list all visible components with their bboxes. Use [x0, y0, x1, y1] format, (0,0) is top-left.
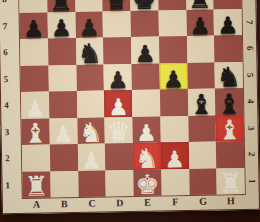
piece-white-rook-h1[interactable]: ♜ — [218, 170, 243, 196]
file-label-B: B — [51, 197, 79, 213]
square-d1[interactable] — [106, 169, 134, 196]
piece-white-rook-a1[interactable]: ♜ — [24, 173, 49, 199]
piece-black-rook-b8[interactable]: ♜ — [49, 0, 74, 14]
rank-label-8: 8 — [0, 0, 19, 13]
square-e4[interactable] — [132, 89, 160, 116]
piece-black-pawn-b7[interactable]: ♟ — [51, 16, 72, 40]
square-a3[interactable]: ♝ — [21, 118, 49, 145]
square-c8[interactable] — [75, 0, 103, 11]
square-d3[interactable]: ♛ — [105, 116, 133, 143]
square-g1[interactable] — [189, 168, 217, 195]
square-g2[interactable] — [188, 141, 216, 168]
piece-black-queen-d8[interactable]: ♛ — [104, 0, 129, 13]
piece-white-knight-e2[interactable]: ♞ — [135, 145, 160, 171]
square-b2[interactable] — [50, 144, 78, 171]
square-g6[interactable] — [186, 36, 214, 63]
square-b4[interactable] — [49, 91, 77, 118]
square-a6[interactable] — [20, 38, 48, 65]
piece-black-pawn-f5[interactable]: ♟ — [163, 67, 184, 91]
piece-black-pawn-a7[interactable]: ♟ — [23, 16, 44, 40]
square-a4[interactable]: ♟ — [21, 91, 49, 118]
square-a5[interactable] — [20, 65, 48, 92]
square-b1[interactable] — [50, 170, 78, 197]
piece-black-pawn-d5[interactable]: ♟ — [107, 68, 128, 92]
piece-black-pawn-c7[interactable]: ♟ — [79, 16, 100, 40]
square-g5[interactable] — [187, 62, 215, 89]
square-e2[interactable]: ♞ — [133, 142, 161, 169]
square-a7[interactable]: ♟ — [20, 12, 48, 39]
square-e8[interactable]: ♚ — [130, 0, 158, 10]
piece-black-pawn-g7[interactable]: ♟ — [190, 14, 211, 38]
square-e6[interactable]: ♟ — [131, 36, 159, 63]
square-h6[interactable] — [214, 35, 242, 62]
board: ♜♛♚♜♟♟♟♟♟♞♟♟♟♞♟♟♝♝♝♟♞♛♟♝♟♞♟♜♚♜ — [19, 0, 245, 198]
square-c1[interactable] — [78, 170, 106, 197]
square-f1[interactable] — [161, 168, 189, 195]
square-d4[interactable]: ♟ — [104, 90, 132, 117]
rank-label-4: 4 — [0, 92, 20, 119]
piece-black-pawn-h7[interactable]: ♟ — [217, 13, 238, 37]
file-label-G: G — [189, 194, 217, 210]
piece-white-king-e1[interactable]: ♚ — [135, 171, 160, 197]
piece-black-king-e8[interactable]: ♚ — [132, 0, 157, 12]
piece-white-pawn-c2[interactable]: ♟ — [81, 148, 102, 172]
square-c3[interactable]: ♞ — [77, 117, 105, 144]
square-f8[interactable] — [158, 0, 186, 10]
square-b8[interactable]: ♜ — [47, 0, 75, 12]
file-label-D: D — [106, 196, 134, 212]
piece-black-knight-h5[interactable]: ♞ — [216, 64, 241, 90]
square-e5[interactable] — [131, 63, 159, 90]
square-h5[interactable]: ♞ — [215, 62, 243, 89]
square-d8[interactable]: ♛ — [102, 0, 130, 11]
rank-label-7: 7 — [0, 12, 19, 39]
piece-white-bishop-h3[interactable]: ♝ — [217, 117, 242, 143]
square-h4[interactable]: ♝ — [215, 88, 243, 115]
square-h1[interactable]: ♜ — [217, 167, 245, 194]
piece-white-queen-d3[interactable]: ♛ — [106, 119, 131, 145]
square-f3[interactable] — [160, 115, 188, 142]
piece-white-knight-c3[interactable]: ♞ — [79, 119, 104, 145]
file-labels-bottom: ABCDEFGH — [23, 194, 245, 214]
square-c7[interactable]: ♟ — [75, 11, 103, 38]
square-c4[interactable] — [76, 90, 104, 117]
square-b5[interactable] — [48, 64, 76, 91]
chessboard: 87654321 87654321 ♜♛♚♜♟♟♟♟♟♞♟♟♟♞♟♟♝♝♝♟♞♛… — [0, 0, 260, 214]
square-a1[interactable]: ♜ — [22, 171, 50, 198]
square-g8[interactable]: ♜ — [186, 0, 214, 9]
square-h7[interactable]: ♟ — [214, 9, 242, 36]
square-a8[interactable] — [19, 0, 47, 12]
piece-black-pawn-e6[interactable]: ♟ — [135, 41, 156, 65]
square-h3[interactable]: ♝ — [216, 115, 244, 142]
piece-white-bishop-a3[interactable]: ♝ — [23, 120, 48, 146]
square-f2[interactable]: ♟ — [161, 142, 189, 169]
piece-white-pawn-b3[interactable]: ♟ — [53, 122, 74, 146]
piece-black-knight-c6[interactable]: ♞ — [77, 40, 102, 66]
square-d6[interactable] — [103, 37, 131, 64]
chessboard-photo: 87654321 87654321 ♜♛♚♜♟♟♟♟♟♞♟♟♟♞♟♟♝♝♝♟♞♛… — [0, 0, 260, 222]
square-d5[interactable]: ♟ — [104, 63, 132, 90]
square-e1[interactable]: ♚ — [133, 169, 161, 196]
rank-label-1: 1 — [1, 171, 21, 198]
square-e3[interactable]: ♟ — [132, 116, 160, 143]
rank-label-5: 5 — [0, 65, 20, 92]
rank-label-6: 6 — [0, 39, 19, 66]
square-g7[interactable]: ♟ — [186, 9, 214, 36]
piece-black-bishop-h4[interactable]: ♝ — [217, 91, 242, 117]
square-f5[interactable]: ♟ — [159, 62, 187, 89]
file-label-C: C — [78, 196, 106, 212]
piece-black-rook-g8[interactable]: ♜ — [187, 0, 212, 11]
square-g4[interactable]: ♝ — [187, 88, 215, 115]
rank-label-3: 3 — [0, 118, 20, 145]
rank-label-2: 2 — [1, 145, 21, 172]
piece-white-pawn-e3[interactable]: ♟ — [136, 121, 157, 145]
square-c6[interactable]: ♞ — [75, 37, 103, 64]
square-f4[interactable] — [160, 89, 188, 116]
rank-labels-left: 87654321 — [0, 0, 22, 198]
square-f6[interactable] — [159, 36, 187, 63]
square-b3[interactable]: ♟ — [49, 117, 77, 144]
file-label-F: F — [161, 195, 189, 211]
piece-white-pawn-f2[interactable]: ♟ — [164, 147, 185, 171]
square-c2[interactable]: ♟ — [77, 143, 105, 170]
square-f7[interactable] — [158, 9, 186, 36]
square-b6[interactable] — [48, 38, 76, 65]
piece-black-bishop-g4[interactable]: ♝ — [189, 91, 214, 117]
square-b7[interactable]: ♟ — [47, 11, 75, 38]
